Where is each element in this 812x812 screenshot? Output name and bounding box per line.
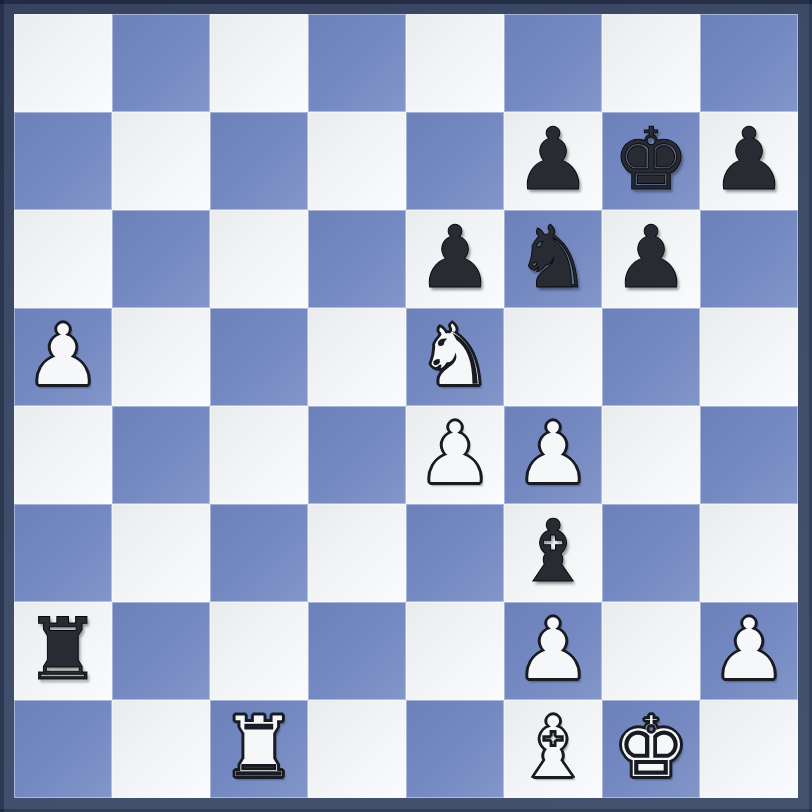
square-h6[interactable] (700, 210, 798, 308)
square-c7[interactable] (210, 112, 308, 210)
square-f7[interactable]: ♟ (504, 112, 602, 210)
white-bishop-f1[interactable]: ♝ (514, 698, 591, 796)
black-pawn-e6[interactable]: ♟ (416, 208, 493, 306)
white-pawn-a5[interactable]: ♟ (24, 306, 101, 404)
square-c5[interactable] (210, 308, 308, 406)
square-d1[interactable] (308, 700, 406, 798)
white-pawn-f2[interactable]: ♟ (514, 600, 591, 698)
square-d4[interactable] (308, 406, 406, 504)
black-bishop-f3[interactable]: ♝ (514, 502, 591, 600)
square-a5[interactable]: ♟ (14, 308, 112, 406)
square-f1[interactable]: ♝ (504, 700, 602, 798)
square-d7[interactable] (308, 112, 406, 210)
square-f3[interactable]: ♝ (504, 504, 602, 602)
black-knight-f6[interactable]: ♞ (514, 208, 591, 306)
square-h4[interactable] (700, 406, 798, 504)
black-king-g7[interactable]: ♚ (612, 110, 689, 208)
square-c2[interactable] (210, 602, 308, 700)
square-g3[interactable] (602, 504, 700, 602)
square-a8[interactable] (14, 14, 112, 112)
square-h3[interactable] (700, 504, 798, 602)
square-e5[interactable]: ♞ (406, 308, 504, 406)
square-h8[interactable] (700, 14, 798, 112)
square-f5[interactable] (504, 308, 602, 406)
square-f6[interactable]: ♞ (504, 210, 602, 308)
square-e4[interactable]: ♟ (406, 406, 504, 504)
square-e6[interactable]: ♟ (406, 210, 504, 308)
square-a7[interactable] (14, 112, 112, 210)
square-a2[interactable]: ♜ (14, 602, 112, 700)
square-c3[interactable] (210, 504, 308, 602)
black-rook-a2[interactable]: ♜ (24, 600, 101, 698)
square-d3[interactable] (308, 504, 406, 602)
black-pawn-g6[interactable]: ♟ (612, 208, 689, 306)
white-rook-c1[interactable]: ♜ (220, 698, 297, 796)
square-d6[interactable] (308, 210, 406, 308)
square-d8[interactable] (308, 14, 406, 112)
square-g1[interactable]: ♚ (602, 700, 700, 798)
black-pawn-f7[interactable]: ♟ (514, 110, 591, 208)
square-b1[interactable] (112, 700, 210, 798)
square-d5[interactable] (308, 308, 406, 406)
square-f8[interactable] (504, 14, 602, 112)
square-e2[interactable] (406, 602, 504, 700)
square-g4[interactable] (602, 406, 700, 504)
square-f4[interactable]: ♟ (504, 406, 602, 504)
square-b3[interactable] (112, 504, 210, 602)
square-b2[interactable] (112, 602, 210, 700)
white-pawn-e4[interactable]: ♟ (416, 404, 493, 502)
white-pawn-h2[interactable]: ♟ (710, 600, 787, 698)
square-e8[interactable] (406, 14, 504, 112)
square-g7[interactable]: ♚ (602, 112, 700, 210)
square-a1[interactable] (14, 700, 112, 798)
white-pawn-f4[interactable]: ♟ (514, 404, 591, 502)
square-e1[interactable] (406, 700, 504, 798)
square-g5[interactable] (602, 308, 700, 406)
square-e7[interactable] (406, 112, 504, 210)
square-g8[interactable] (602, 14, 700, 112)
square-b4[interactable] (112, 406, 210, 504)
square-h7[interactable]: ♟ (700, 112, 798, 210)
square-h2[interactable]: ♟ (700, 602, 798, 700)
white-king-g1[interactable]: ♚ (612, 698, 689, 796)
square-f2[interactable]: ♟ (504, 602, 602, 700)
square-d2[interactable] (308, 602, 406, 700)
black-pawn-h7[interactable]: ♟ (710, 110, 787, 208)
square-h1[interactable] (700, 700, 798, 798)
square-c8[interactable] (210, 14, 308, 112)
square-b6[interactable] (112, 210, 210, 308)
square-b7[interactable] (112, 112, 210, 210)
square-g6[interactable]: ♟ (602, 210, 700, 308)
square-g2[interactable] (602, 602, 700, 700)
square-a3[interactable] (14, 504, 112, 602)
square-h5[interactable] (700, 308, 798, 406)
square-a6[interactable] (14, 210, 112, 308)
square-b5[interactable] (112, 308, 210, 406)
square-c6[interactable] (210, 210, 308, 308)
white-knight-e5[interactable]: ♞ (416, 306, 493, 404)
square-b8[interactable] (112, 14, 210, 112)
chess-board: ♟♚♟♟♞♟♟♞♟♟♝♜♟♟♜♝♚ (14, 14, 798, 798)
square-a4[interactable] (14, 406, 112, 504)
square-c1[interactable]: ♜ (210, 700, 308, 798)
square-e3[interactable] (406, 504, 504, 602)
board-frame: ♟♚♟♟♞♟♟♞♟♟♝♜♟♟♜♝♚ (0, 0, 812, 812)
square-c4[interactable] (210, 406, 308, 504)
